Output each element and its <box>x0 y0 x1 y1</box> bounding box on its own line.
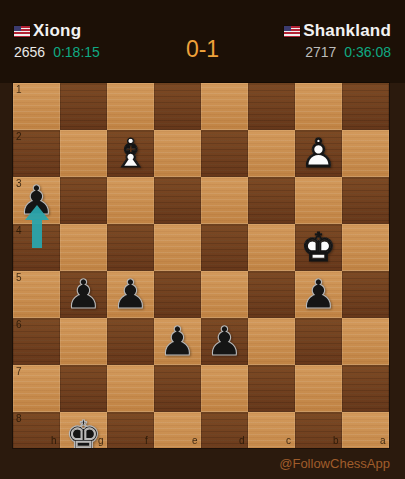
rank-label-4: 4 <box>16 225 22 236</box>
square-a3 <box>342 177 389 224</box>
white-player-name: Xiong <box>33 21 81 41</box>
square-e4 <box>154 224 201 271</box>
black-player-rating: 2717 <box>305 44 336 60</box>
square-a1 <box>342 83 389 130</box>
white-name-row: Xiong <box>14 21 81 41</box>
file-label-d: d <box>239 435 245 446</box>
rank-label-2: 2 <box>16 131 22 142</box>
rank-label-1: 1 <box>16 84 22 95</box>
square-a5 <box>342 271 389 318</box>
square-f7 <box>107 365 154 412</box>
square-e7 <box>154 365 201 412</box>
file-label-f: f <box>145 435 148 446</box>
square-d5 <box>201 271 248 318</box>
square-e5 <box>154 271 201 318</box>
black-player-clock: 0:36:08 <box>344 44 391 60</box>
last-move-arrow-head <box>25 205 49 220</box>
white-sub-row: 2656 0:18:15 <box>14 44 100 60</box>
square-d7 <box>201 365 248 412</box>
square-d1 <box>201 83 248 130</box>
square-g2 <box>60 130 107 177</box>
square-c2 <box>248 130 295 177</box>
square-e1 <box>154 83 201 130</box>
square-c3 <box>248 177 295 224</box>
square-f3 <box>107 177 154 224</box>
square-g3 <box>60 177 107 224</box>
square-b1 <box>295 83 342 130</box>
square-c6 <box>248 318 295 365</box>
chess-board[interactable]: 12345678hgfedcba♝♗♟♙♚♔♟♟♟♟♟♟♚ <box>13 83 389 448</box>
square-g4 <box>60 224 107 271</box>
rank-label-5: 5 <box>16 272 22 283</box>
black-pawn-e6: ♟ <box>154 318 201 365</box>
square-a2 <box>342 130 389 177</box>
square-f6 <box>107 318 154 365</box>
square-c4 <box>248 224 295 271</box>
file-label-h: h <box>51 435 57 446</box>
rank-label-8: 8 <box>16 413 22 424</box>
white-pawn-b2: ♟♙ <box>295 130 342 177</box>
last-move-arrow-tail <box>32 219 42 248</box>
black-pawn-f5: ♟ <box>107 271 154 318</box>
app-screen: Xiong 2656 0:18:15 0-1 Shankland 2717 0:… <box>0 0 405 479</box>
square-f4 <box>107 224 154 271</box>
white-king-b4: ♚♔ <box>295 224 342 271</box>
square-c1 <box>248 83 295 130</box>
rank-label-6: 6 <box>16 319 22 330</box>
square-e2 <box>154 130 201 177</box>
square-g7 <box>60 365 107 412</box>
file-label-e: e <box>192 435 198 446</box>
square-c5 <box>248 271 295 318</box>
file-label-c: c <box>286 435 291 446</box>
black-pawn-b5: ♟ <box>295 271 342 318</box>
black-name-row: Shankland <box>284 21 391 41</box>
black-pawn-d6: ♟ <box>201 318 248 365</box>
black-player-name: Shankland <box>303 21 391 41</box>
watermark: @FollowChessApp <box>279 456 390 471</box>
header: Xiong 2656 0:18:15 0-1 Shankland 2717 0:… <box>0 0 405 83</box>
game-result: 0-1 <box>186 36 219 63</box>
square-b3 <box>295 177 342 224</box>
square-g6 <box>60 318 107 365</box>
square-d4 <box>201 224 248 271</box>
player-white: Xiong 2656 0:18:15 <box>14 21 100 60</box>
square-f1 <box>107 83 154 130</box>
white-player-rating: 2656 <box>14 44 45 60</box>
white-player-clock: 0:18:15 <box>53 44 100 60</box>
file-label-b: b <box>333 435 339 446</box>
black-king-g8: ♚ <box>60 412 107 448</box>
square-b6 <box>295 318 342 365</box>
rank-label-7: 7 <box>16 366 22 377</box>
square-g1 <box>60 83 107 130</box>
square-e3 <box>154 177 201 224</box>
white-bishop-f2: ♝♗ <box>107 130 154 177</box>
square-a6 <box>342 318 389 365</box>
file-label-a: a <box>380 435 386 446</box>
black-pawn-g5: ♟ <box>60 271 107 318</box>
square-b7 <box>295 365 342 412</box>
us-flag-icon <box>14 26 30 37</box>
square-d3 <box>201 177 248 224</box>
square-a4 <box>342 224 389 271</box>
square-a7 <box>342 365 389 412</box>
square-d2 <box>201 130 248 177</box>
player-black: Shankland 2717 0:36:08 <box>284 21 391 60</box>
square-c7 <box>248 365 295 412</box>
black-sub-row: 2717 0:36:08 <box>305 44 391 60</box>
us-flag-icon <box>284 26 300 37</box>
